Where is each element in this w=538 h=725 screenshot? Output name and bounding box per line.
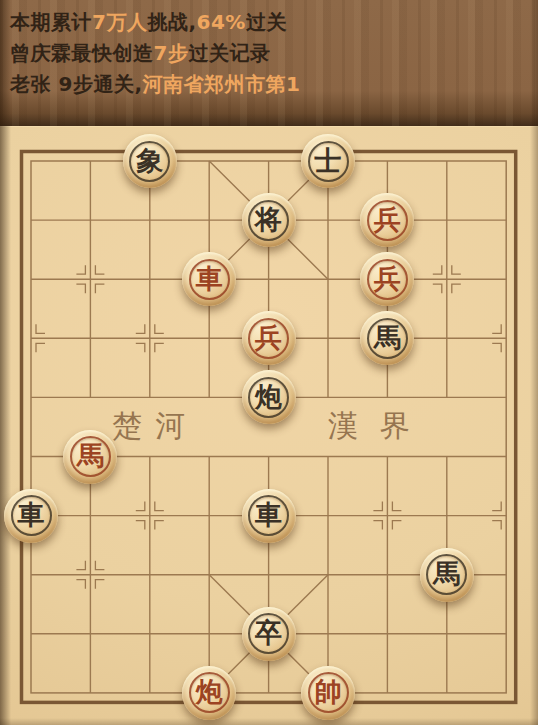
stat-text: 过关记录 [188, 41, 270, 65]
piece-ring: 車 [189, 259, 230, 300]
piece-ring: 兵 [367, 200, 408, 241]
piece-glyph: 馬 [433, 560, 460, 587]
piece-black-車-c0r6[interactable]: 車 [4, 489, 58, 543]
piece-black-馬-c7r7[interactable]: 馬 [420, 548, 474, 602]
stat-highlight-text: 64% [197, 10, 246, 34]
stats-line-total-challengers: 本期累计7万人挑战,64%过关 [10, 7, 538, 38]
piece-ring: 兵 [367, 259, 408, 300]
piece-glyph: 卒 [255, 619, 282, 646]
piece-ring: 炮 [189, 672, 230, 713]
piece-ring: 馬 [426, 554, 467, 595]
piece-black-車-c4r6[interactable]: 車 [242, 489, 296, 543]
stat-highlight-text: 7步 [154, 41, 189, 65]
stats-line-user-result: 老张 9步通关,河南省郑州市第1 [10, 69, 538, 100]
river-label-han-jie: 漢界 [302, 408, 442, 444]
piece-glyph: 炮 [255, 383, 282, 410]
piece-black-卒-c4r8[interactable]: 卒 [242, 607, 296, 661]
piece-black-士-c5r0[interactable]: 士 [301, 134, 355, 188]
piece-ring: 車 [11, 495, 52, 536]
stat-text: 过关 [246, 10, 287, 34]
stat-text: 曾庆霖最快创造 [10, 41, 154, 65]
piece-glyph: 士 [315, 147, 342, 174]
stat-text: 老张 9步通关, [10, 72, 142, 96]
piece-ring: 車 [248, 495, 289, 536]
stats-line-fastest-record: 曾庆霖最快创造7步过关记录 [10, 38, 538, 69]
piece-glyph: 馬 [77, 442, 104, 469]
piece-black-将-c4r1[interactable]: 将 [242, 193, 296, 247]
piece-ring: 炮 [248, 377, 289, 418]
piece-ring: 馬 [70, 436, 111, 477]
piece-ring: 帥 [308, 672, 349, 713]
piece-glyph: 将 [255, 206, 282, 233]
piece-glyph: 象 [136, 147, 163, 174]
piece-glyph: 帥 [315, 678, 342, 705]
piece-red-帥-c5r9[interactable]: 帥 [301, 666, 355, 720]
piece-glyph: 兵 [374, 265, 401, 292]
stat-highlight-text: 河南省郑州市第1 [142, 72, 300, 96]
piece-red-兵-c4r3[interactable]: 兵 [242, 311, 296, 365]
piece-glyph: 車 [255, 501, 282, 528]
piece-glyph: 車 [196, 265, 223, 292]
stat-highlight-text: 7万人 [92, 10, 147, 34]
piece-glyph: 馬 [374, 324, 401, 351]
xiangqi-app-screen: 本期累计7万人挑战,64%过关 曾庆霖最快创造7步过关记录 老张 9步通关,河南… [0, 0, 538, 725]
piece-ring: 象 [129, 141, 170, 182]
xiangqi-board[interactable]: 楚河 漢界 象士将兵車兵兵馬炮馬車車馬卒炮帥 [0, 126, 538, 725]
piece-black-象-c2r0[interactable]: 象 [123, 134, 177, 188]
challenge-stats-panel: 本期累计7万人挑战,64%过关 曾庆霖最快创造7步过关记录 老张 9步通关,河南… [0, 0, 538, 126]
piece-red-炮-c3r9[interactable]: 炮 [182, 666, 236, 720]
piece-red-車-c3r2[interactable]: 車 [182, 252, 236, 306]
piece-black-炮-c4r4[interactable]: 炮 [242, 370, 296, 424]
piece-ring: 士 [308, 141, 349, 182]
piece-glyph: 炮 [196, 678, 223, 705]
piece-ring: 兵 [248, 318, 289, 359]
piece-ring: 将 [248, 200, 289, 241]
piece-glyph: 車 [18, 501, 45, 528]
piece-ring: 卒 [248, 613, 289, 654]
piece-glyph: 兵 [255, 324, 282, 351]
stat-text: 本期累计 [10, 10, 92, 34]
piece-ring: 馬 [367, 318, 408, 359]
piece-red-馬-c1r5[interactable]: 馬 [63, 430, 117, 484]
piece-glyph: 兵 [374, 206, 401, 233]
stat-text: 挑战, [147, 10, 196, 34]
